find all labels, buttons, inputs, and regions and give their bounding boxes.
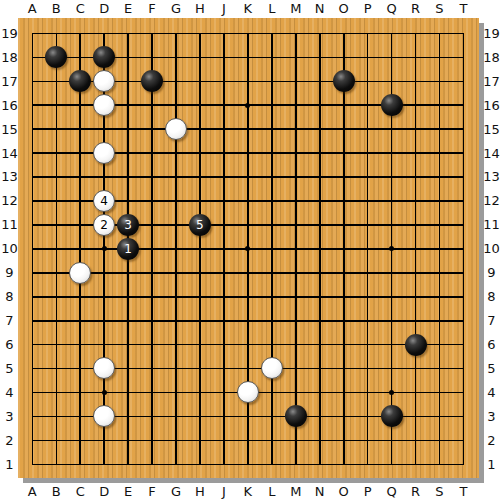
cell-H1[interactable] (188, 452, 212, 476)
cell-F19[interactable] (140, 21, 164, 45)
black-stone-B18[interactable] (45, 46, 67, 68)
cell-Q14[interactable] (380, 141, 404, 165)
cell-J11[interactable] (212, 213, 236, 237)
cell-C4[interactable] (68, 380, 92, 404)
cell-H3[interactable] (188, 404, 212, 428)
cell-T14[interactable] (451, 141, 475, 165)
cell-C11[interactable] (68, 213, 92, 237)
cell-A5[interactable] (20, 357, 44, 381)
cell-P15[interactable] (356, 117, 380, 141)
black-stone-O17[interactable] (333, 70, 355, 92)
cell-K9[interactable] (236, 261, 260, 285)
cell-O16[interactable] (332, 93, 356, 117)
cell-N2[interactable] (308, 428, 332, 452)
cell-E15[interactable] (116, 117, 140, 141)
cell-N18[interactable] (308, 45, 332, 69)
cell-R14[interactable] (404, 141, 428, 165)
cell-T11[interactable] (451, 213, 475, 237)
white-stone-D14[interactable] (93, 142, 115, 164)
cell-H8[interactable] (188, 285, 212, 309)
cell-P9[interactable] (356, 261, 380, 285)
cell-O8[interactable] (332, 285, 356, 309)
cell-A6[interactable] (20, 333, 44, 357)
cell-O15[interactable] (332, 117, 356, 141)
black-stone-F17[interactable] (141, 70, 163, 92)
cell-S15[interactable] (428, 117, 452, 141)
cell-S3[interactable] (428, 404, 452, 428)
cell-T10[interactable] (451, 237, 475, 261)
cell-S10[interactable] (428, 237, 452, 261)
cell-T5[interactable] (451, 357, 475, 381)
black-stone-D18[interactable] (93, 46, 115, 68)
cell-A10[interactable] (20, 237, 44, 261)
cell-L1[interactable] (260, 452, 284, 476)
cell-K2[interactable] (236, 428, 260, 452)
cell-S9[interactable] (428, 261, 452, 285)
cell-Q3[interactable] (380, 404, 404, 428)
cell-D9[interactable] (92, 261, 116, 285)
cell-H4[interactable] (188, 380, 212, 404)
cell-M12[interactable] (284, 189, 308, 213)
cell-B18[interactable] (44, 45, 68, 69)
cell-E2[interactable] (116, 428, 140, 452)
cell-N5[interactable] (308, 357, 332, 381)
cell-K16[interactable] (236, 93, 260, 117)
cell-C8[interactable] (68, 285, 92, 309)
cell-Q17[interactable] (380, 69, 404, 93)
cell-M2[interactable] (284, 428, 308, 452)
black-stone-Q16[interactable] (381, 94, 403, 116)
cell-E18[interactable] (116, 45, 140, 69)
cell-O9[interactable] (332, 261, 356, 285)
cell-N12[interactable] (308, 189, 332, 213)
cell-F15[interactable] (140, 117, 164, 141)
cell-N7[interactable] (308, 309, 332, 333)
cell-S5[interactable] (428, 357, 452, 381)
cell-J9[interactable] (212, 261, 236, 285)
cell-O12[interactable] (332, 189, 356, 213)
cell-D3[interactable] (92, 404, 116, 428)
cell-P8[interactable] (356, 285, 380, 309)
cell-H12[interactable] (188, 189, 212, 213)
cell-L7[interactable] (260, 309, 284, 333)
cell-M5[interactable] (284, 357, 308, 381)
cell-E5[interactable] (116, 357, 140, 381)
cell-A7[interactable] (20, 309, 44, 333)
white-stone-G15[interactable] (165, 118, 187, 140)
cell-R1[interactable] (404, 452, 428, 476)
cell-D2[interactable] (92, 428, 116, 452)
cell-A9[interactable] (20, 261, 44, 285)
cell-C9[interactable] (68, 261, 92, 285)
cell-O11[interactable] (332, 213, 356, 237)
cell-C5[interactable] (68, 357, 92, 381)
cell-N4[interactable] (308, 380, 332, 404)
cell-Q1[interactable] (380, 452, 404, 476)
cell-K11[interactable] (236, 213, 260, 237)
cell-D11[interactable]: 2 (92, 213, 116, 237)
cell-G1[interactable] (164, 452, 188, 476)
cell-K1[interactable] (236, 452, 260, 476)
cell-S12[interactable] (428, 189, 452, 213)
cell-M16[interactable] (284, 93, 308, 117)
cell-J17[interactable] (212, 69, 236, 93)
cell-P4[interactable] (356, 380, 380, 404)
cell-L16[interactable] (260, 93, 284, 117)
cell-A17[interactable] (20, 69, 44, 93)
cell-D17[interactable] (92, 69, 116, 93)
cell-J14[interactable] (212, 141, 236, 165)
cell-L3[interactable] (260, 404, 284, 428)
cell-F1[interactable] (140, 452, 164, 476)
cell-B15[interactable] (44, 117, 68, 141)
cell-B13[interactable] (44, 165, 68, 189)
cell-S16[interactable] (428, 93, 452, 117)
cell-E10[interactable]: 1 (116, 237, 140, 261)
cell-P3[interactable] (356, 404, 380, 428)
cell-M7[interactable] (284, 309, 308, 333)
cell-G16[interactable] (164, 93, 188, 117)
cell-E12[interactable] (116, 189, 140, 213)
cell-A2[interactable] (20, 428, 44, 452)
cell-P17[interactable] (356, 69, 380, 93)
cell-H7[interactable] (188, 309, 212, 333)
cell-G18[interactable] (164, 45, 188, 69)
cell-M4[interactable] (284, 380, 308, 404)
cell-P7[interactable] (356, 309, 380, 333)
black-stone-M3[interactable] (285, 405, 307, 427)
cell-K17[interactable] (236, 69, 260, 93)
cell-K14[interactable] (236, 141, 260, 165)
cell-T1[interactable] (451, 452, 475, 476)
cell-K10[interactable] (236, 237, 260, 261)
cell-E16[interactable] (116, 93, 140, 117)
cell-J12[interactable] (212, 189, 236, 213)
cell-C2[interactable] (68, 428, 92, 452)
cell-G8[interactable] (164, 285, 188, 309)
cell-Q6[interactable] (380, 333, 404, 357)
cell-M11[interactable] (284, 213, 308, 237)
cell-L15[interactable] (260, 117, 284, 141)
cell-K15[interactable] (236, 117, 260, 141)
cell-K12[interactable] (236, 189, 260, 213)
cell-D12[interactable]: 4 (92, 189, 116, 213)
cell-B6[interactable] (44, 333, 68, 357)
cell-Q4[interactable] (380, 380, 404, 404)
cell-F4[interactable] (140, 380, 164, 404)
cell-J13[interactable] (212, 165, 236, 189)
cell-T15[interactable] (451, 117, 475, 141)
cell-A15[interactable] (20, 117, 44, 141)
cell-P18[interactable] (356, 45, 380, 69)
cell-D19[interactable] (92, 21, 116, 45)
cell-A13[interactable] (20, 165, 44, 189)
cell-H5[interactable] (188, 357, 212, 381)
cell-S2[interactable] (428, 428, 452, 452)
cell-L8[interactable] (260, 285, 284, 309)
cell-H14[interactable] (188, 141, 212, 165)
white-stone-C9[interactable] (69, 262, 91, 284)
cell-E17[interactable] (116, 69, 140, 93)
cell-D1[interactable] (92, 452, 116, 476)
cell-N11[interactable] (308, 213, 332, 237)
cell-C12[interactable] (68, 189, 92, 213)
cell-B1[interactable] (44, 452, 68, 476)
cell-O1[interactable] (332, 452, 356, 476)
cell-B10[interactable] (44, 237, 68, 261)
cell-J10[interactable] (212, 237, 236, 261)
cell-F13[interactable] (140, 165, 164, 189)
cell-O14[interactable] (332, 141, 356, 165)
cell-J19[interactable] (212, 21, 236, 45)
cell-L6[interactable] (260, 333, 284, 357)
cell-G17[interactable] (164, 69, 188, 93)
cell-N16[interactable] (308, 93, 332, 117)
cell-P2[interactable] (356, 428, 380, 452)
cell-L9[interactable] (260, 261, 284, 285)
cell-R15[interactable] (404, 117, 428, 141)
cell-A18[interactable] (20, 45, 44, 69)
cell-S18[interactable] (428, 45, 452, 69)
cell-K8[interactable] (236, 285, 260, 309)
cell-Q9[interactable] (380, 261, 404, 285)
cell-T6[interactable] (451, 333, 475, 357)
cell-G19[interactable] (164, 21, 188, 45)
cell-D8[interactable] (92, 285, 116, 309)
cell-B4[interactable] (44, 380, 68, 404)
cell-P5[interactable] (356, 357, 380, 381)
cell-E11[interactable]: 3 (116, 213, 140, 237)
cell-J8[interactable] (212, 285, 236, 309)
cell-E1[interactable] (116, 452, 140, 476)
cell-O10[interactable] (332, 237, 356, 261)
cell-A12[interactable] (20, 189, 44, 213)
cell-E7[interactable] (116, 309, 140, 333)
cell-F11[interactable] (140, 213, 164, 237)
cell-R8[interactable] (404, 285, 428, 309)
cell-R19[interactable] (404, 21, 428, 45)
cell-S8[interactable] (428, 285, 452, 309)
cell-D13[interactable] (92, 165, 116, 189)
cell-L13[interactable] (260, 165, 284, 189)
cell-N1[interactable] (308, 452, 332, 476)
cell-O2[interactable] (332, 428, 356, 452)
cell-B3[interactable] (44, 404, 68, 428)
cell-J1[interactable] (212, 452, 236, 476)
cell-T3[interactable] (451, 404, 475, 428)
cell-G11[interactable] (164, 213, 188, 237)
cell-L12[interactable] (260, 189, 284, 213)
cell-P11[interactable] (356, 213, 380, 237)
cell-R4[interactable] (404, 380, 428, 404)
cell-Q12[interactable] (380, 189, 404, 213)
cell-G3[interactable] (164, 404, 188, 428)
cell-Q11[interactable] (380, 213, 404, 237)
cell-D5[interactable] (92, 357, 116, 381)
cell-M14[interactable] (284, 141, 308, 165)
white-stone-L5[interactable] (261, 357, 283, 379)
cell-H16[interactable] (188, 93, 212, 117)
cell-A3[interactable] (20, 404, 44, 428)
cell-B5[interactable] (44, 357, 68, 381)
cell-A19[interactable] (20, 21, 44, 45)
cell-D14[interactable] (92, 141, 116, 165)
cell-O13[interactable] (332, 165, 356, 189)
cell-C6[interactable] (68, 333, 92, 357)
cell-H19[interactable] (188, 21, 212, 45)
cell-H18[interactable] (188, 45, 212, 69)
cell-H17[interactable] (188, 69, 212, 93)
cell-C18[interactable] (68, 45, 92, 69)
cell-D10[interactable] (92, 237, 116, 261)
cell-G10[interactable] (164, 237, 188, 261)
cell-T4[interactable] (451, 380, 475, 404)
cell-L5[interactable] (260, 357, 284, 381)
cell-P16[interactable] (356, 93, 380, 117)
cell-M18[interactable] (284, 45, 308, 69)
cell-O4[interactable] (332, 380, 356, 404)
white-stone-D11[interactable]: 2 (93, 214, 115, 236)
cell-E3[interactable] (116, 404, 140, 428)
cell-Q18[interactable] (380, 45, 404, 69)
cell-O17[interactable] (332, 69, 356, 93)
cell-D6[interactable] (92, 333, 116, 357)
cell-T7[interactable] (451, 309, 475, 333)
cell-B9[interactable] (44, 261, 68, 285)
cell-N15[interactable] (308, 117, 332, 141)
cell-S13[interactable] (428, 165, 452, 189)
cell-N13[interactable] (308, 165, 332, 189)
cell-J18[interactable] (212, 45, 236, 69)
cell-F6[interactable] (140, 333, 164, 357)
cell-L18[interactable] (260, 45, 284, 69)
cell-O6[interactable] (332, 333, 356, 357)
cell-L17[interactable] (260, 69, 284, 93)
cell-L14[interactable] (260, 141, 284, 165)
cell-D18[interactable] (92, 45, 116, 69)
cell-P19[interactable] (356, 21, 380, 45)
cell-T17[interactable] (451, 69, 475, 93)
cell-R7[interactable] (404, 309, 428, 333)
cell-F2[interactable] (140, 428, 164, 452)
cell-M1[interactable] (284, 452, 308, 476)
cell-F3[interactable] (140, 404, 164, 428)
cell-M13[interactable] (284, 165, 308, 189)
cell-L19[interactable] (260, 21, 284, 45)
cell-C7[interactable] (68, 309, 92, 333)
cell-G9[interactable] (164, 261, 188, 285)
cell-Q7[interactable] (380, 309, 404, 333)
cell-H13[interactable] (188, 165, 212, 189)
cell-O19[interactable] (332, 21, 356, 45)
cell-E14[interactable] (116, 141, 140, 165)
cell-H9[interactable] (188, 261, 212, 285)
cell-T2[interactable] (451, 428, 475, 452)
cell-S1[interactable] (428, 452, 452, 476)
cell-B7[interactable] (44, 309, 68, 333)
cell-F10[interactable] (140, 237, 164, 261)
cell-A1[interactable] (20, 452, 44, 476)
cell-G2[interactable] (164, 428, 188, 452)
cell-P6[interactable] (356, 333, 380, 357)
cell-K6[interactable] (236, 333, 260, 357)
cell-P13[interactable] (356, 165, 380, 189)
cell-J6[interactable] (212, 333, 236, 357)
cell-O5[interactable] (332, 357, 356, 381)
cell-A4[interactable] (20, 380, 44, 404)
cell-H15[interactable] (188, 117, 212, 141)
cell-E4[interactable] (116, 380, 140, 404)
cell-P12[interactable] (356, 189, 380, 213)
cell-B17[interactable] (44, 69, 68, 93)
cell-R5[interactable] (404, 357, 428, 381)
cell-Q13[interactable] (380, 165, 404, 189)
cell-D7[interactable] (92, 309, 116, 333)
white-stone-D16[interactable] (93, 94, 115, 116)
cell-L11[interactable] (260, 213, 284, 237)
cell-M6[interactable] (284, 333, 308, 357)
cell-F7[interactable] (140, 309, 164, 333)
black-stone-Q3[interactable] (381, 405, 403, 427)
cell-P10[interactable] (356, 237, 380, 261)
cell-F16[interactable] (140, 93, 164, 117)
cell-B2[interactable] (44, 428, 68, 452)
black-stone-E10[interactable]: 1 (117, 238, 139, 260)
white-stone-K4[interactable] (237, 381, 259, 403)
cell-T19[interactable] (451, 21, 475, 45)
cell-N8[interactable] (308, 285, 332, 309)
cell-B8[interactable] (44, 285, 68, 309)
cell-G5[interactable] (164, 357, 188, 381)
cell-C1[interactable] (68, 452, 92, 476)
black-stone-E11[interactable]: 3 (117, 214, 139, 236)
cell-B14[interactable] (44, 141, 68, 165)
cell-M3[interactable] (284, 404, 308, 428)
cell-G4[interactable] (164, 380, 188, 404)
cell-N9[interactable] (308, 261, 332, 285)
cell-R11[interactable] (404, 213, 428, 237)
cell-H6[interactable] (188, 333, 212, 357)
cell-H10[interactable] (188, 237, 212, 261)
cell-R6[interactable] (404, 333, 428, 357)
cell-C16[interactable] (68, 93, 92, 117)
cell-E6[interactable] (116, 333, 140, 357)
cell-G14[interactable] (164, 141, 188, 165)
cell-K19[interactable] (236, 21, 260, 45)
cell-S19[interactable] (428, 21, 452, 45)
cell-S17[interactable] (428, 69, 452, 93)
cell-R17[interactable] (404, 69, 428, 93)
cell-E19[interactable] (116, 21, 140, 45)
white-stone-D17[interactable] (93, 70, 115, 92)
cell-L10[interactable] (260, 237, 284, 261)
cell-N14[interactable] (308, 141, 332, 165)
cell-T13[interactable] (451, 165, 475, 189)
cell-N10[interactable] (308, 237, 332, 261)
black-stone-H11[interactable]: 5 (189, 214, 211, 236)
cell-T8[interactable] (451, 285, 475, 309)
cell-M19[interactable] (284, 21, 308, 45)
cell-K13[interactable] (236, 165, 260, 189)
cell-D16[interactable] (92, 93, 116, 117)
cell-N17[interactable] (308, 69, 332, 93)
cell-Q19[interactable] (380, 21, 404, 45)
cell-S7[interactable] (428, 309, 452, 333)
cell-R9[interactable] (404, 261, 428, 285)
cell-C17[interactable] (68, 69, 92, 93)
cell-J15[interactable] (212, 117, 236, 141)
cell-Q8[interactable] (380, 285, 404, 309)
